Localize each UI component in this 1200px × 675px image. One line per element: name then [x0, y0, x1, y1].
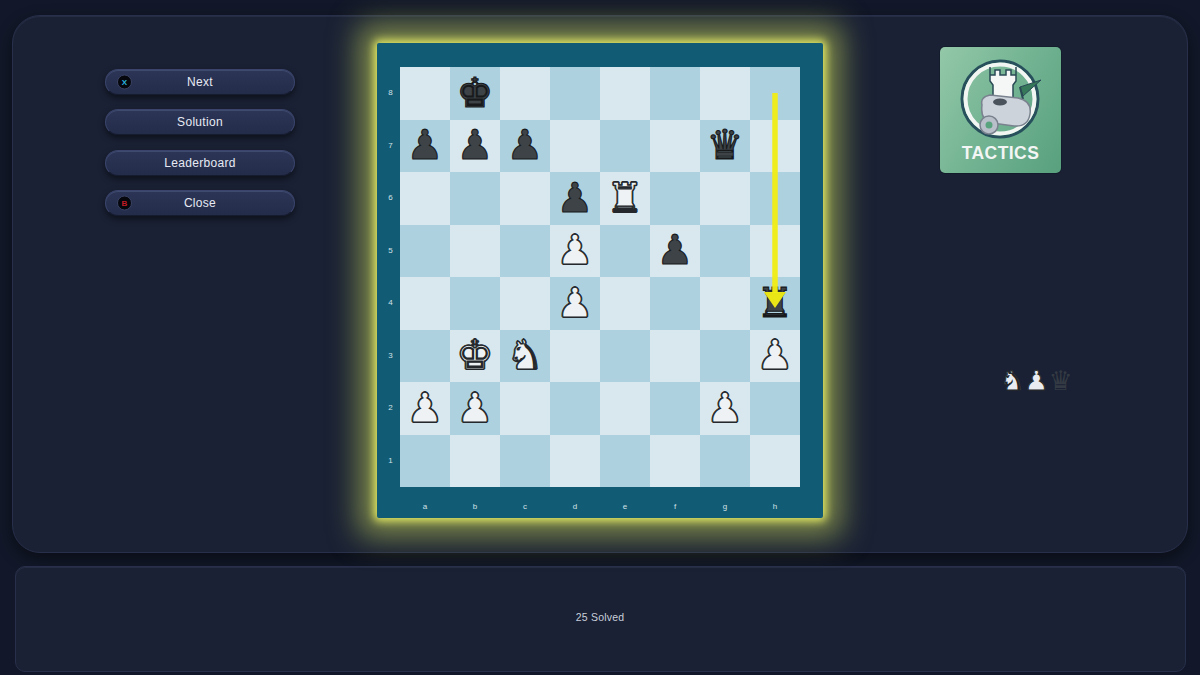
square-e1[interactable] — [600, 435, 650, 488]
solution-button[interactable]: Solution — [105, 109, 295, 135]
square-g2[interactable]: ♟ — [700, 382, 750, 435]
black-rook-h4[interactable]: ♜ — [757, 283, 794, 324]
square-f3[interactable] — [650, 330, 700, 383]
square-d2[interactable] — [550, 382, 600, 435]
rank-label-8: 8 — [384, 67, 397, 120]
white-pawn-d5[interactable]: ♟ — [557, 230, 594, 271]
square-a2[interactable]: ♟ — [400, 382, 450, 435]
square-a1[interactable] — [400, 435, 450, 488]
square-a3[interactable] — [400, 330, 450, 383]
square-g5[interactable] — [700, 225, 750, 278]
next-button-label: Next — [187, 75, 213, 89]
square-d7[interactable] — [550, 120, 600, 173]
square-e2[interactable] — [600, 382, 650, 435]
square-g7[interactable]: ♛ — [700, 120, 750, 173]
black-pawn-a7[interactable]: ♟ — [407, 125, 444, 166]
square-h8[interactable] — [750, 67, 800, 120]
rook-whistle-icon — [940, 49, 1061, 145]
square-f2[interactable] — [650, 382, 700, 435]
square-h4[interactable]: ♜ — [750, 277, 800, 330]
square-g3[interactable] — [700, 330, 750, 383]
white-pawn-d4[interactable]: ♟ — [557, 283, 594, 324]
file-label-a: a — [400, 502, 450, 511]
square-f6[interactable] — [650, 172, 700, 225]
square-h3[interactable]: ♟ — [750, 330, 800, 383]
square-c1[interactable] — [500, 435, 550, 488]
square-h1[interactable] — [750, 435, 800, 488]
square-a4[interactable] — [400, 277, 450, 330]
chess-board: ♚♟♟♟♛♟♜♟♟♟♜♚♞♟♟♟♟ 87654321 abcdefgh — [377, 43, 823, 518]
square-e4[interactable] — [600, 277, 650, 330]
square-b4[interactable] — [450, 277, 500, 330]
square-c3[interactable]: ♞ — [500, 330, 550, 383]
square-b8[interactable]: ♚ — [450, 67, 500, 120]
rank-label-3: 3 — [384, 330, 397, 383]
black-pawn-f5[interactable]: ♟ — [657, 230, 694, 271]
square-h6[interactable] — [750, 172, 800, 225]
rank-label-6: 6 — [384, 172, 397, 225]
white-knight-c3[interactable]: ♞ — [507, 335, 544, 376]
gamepad-b-button-icon: B — [117, 196, 132, 211]
square-h5[interactable] — [750, 225, 800, 278]
square-d4[interactable]: ♟ — [550, 277, 600, 330]
white-pawn-h3[interactable]: ♟ — [757, 335, 794, 376]
square-f8[interactable] — [650, 67, 700, 120]
square-c2[interactable] — [500, 382, 550, 435]
leaderboard-button-label: Leaderboard — [164, 156, 235, 170]
square-e7[interactable] — [600, 120, 650, 173]
square-b5[interactable] — [450, 225, 500, 278]
square-f4[interactable] — [650, 277, 700, 330]
black-pawn-d6[interactable]: ♟ — [557, 178, 594, 219]
captured-white-pawn: ♟ — [1024, 367, 1048, 394]
square-a5[interactable] — [400, 225, 450, 278]
square-b2[interactable]: ♟ — [450, 382, 500, 435]
black-pawn-b7[interactable]: ♟ — [457, 125, 494, 166]
square-b1[interactable] — [450, 435, 500, 488]
square-b6[interactable] — [450, 172, 500, 225]
square-c8[interactable] — [500, 67, 550, 120]
rank-label-5: 5 — [384, 225, 397, 278]
black-king-b8[interactable]: ♚ — [457, 73, 494, 114]
rank-label-4: 4 — [384, 277, 397, 330]
square-d3[interactable] — [550, 330, 600, 383]
square-e3[interactable] — [600, 330, 650, 383]
white-pawn-b2[interactable]: ♟ — [457, 388, 494, 429]
square-d8[interactable] — [550, 67, 600, 120]
file-label-g: g — [700, 502, 750, 511]
file-label-b: b — [450, 502, 500, 511]
solved-count: 25 Solved — [0, 611, 1200, 623]
square-g6[interactable] — [700, 172, 750, 225]
next-button[interactable]: X Next — [105, 69, 295, 95]
rank-label-1: 1 — [384, 435, 397, 488]
square-a6[interactable] — [400, 172, 450, 225]
leaderboard-button[interactable]: Leaderboard — [105, 150, 295, 176]
square-e8[interactable] — [600, 67, 650, 120]
square-b7[interactable]: ♟ — [450, 120, 500, 173]
square-a8[interactable] — [400, 67, 450, 120]
close-button[interactable]: B Close — [105, 190, 295, 216]
close-button-label: Close — [184, 196, 216, 210]
white-pawn-g2[interactable]: ♟ — [707, 388, 744, 429]
square-h7[interactable] — [750, 120, 800, 173]
square-c5[interactable] — [500, 225, 550, 278]
board-grid: ♚♟♟♟♛♟♜♟♟♟♜♚♞♟♟♟♟ — [400, 67, 800, 487]
rank-label-2: 2 — [384, 382, 397, 435]
square-c4[interactable] — [500, 277, 550, 330]
square-c6[interactable] — [500, 172, 550, 225]
rank-label-7: 7 — [384, 120, 397, 173]
square-e5[interactable] — [600, 225, 650, 278]
square-f1[interactable] — [650, 435, 700, 488]
square-f7[interactable] — [650, 120, 700, 173]
square-g8[interactable] — [700, 67, 750, 120]
white-rook-e6[interactable]: ♜ — [607, 178, 644, 219]
file-label-d: d — [550, 502, 600, 511]
square-f5[interactable]: ♟ — [650, 225, 700, 278]
white-pawn-a2[interactable]: ♟ — [407, 388, 444, 429]
square-d1[interactable] — [550, 435, 600, 488]
square-h2[interactable] — [750, 382, 800, 435]
file-label-f: f — [650, 502, 700, 511]
square-e6[interactable]: ♜ — [600, 172, 650, 225]
file-label-c: c — [500, 502, 550, 511]
captured-white-knight: ♞ — [1000, 367, 1024, 394]
gamepad-x-button-icon: X — [117, 75, 132, 90]
tactics-logo: TACTICS — [940, 47, 1061, 173]
file-label-e: e — [600, 502, 650, 511]
tactics-logo-label: TACTICS — [945, 142, 1056, 164]
square-g1[interactable] — [700, 435, 750, 488]
file-label-h: h — [750, 502, 800, 511]
solution-button-label: Solution — [177, 115, 223, 129]
captured-pieces-tray: ♞♟♛ — [1000, 367, 1073, 394]
black-queen-g7[interactable]: ♛ — [707, 125, 744, 166]
square-b3[interactable]: ♚ — [450, 330, 500, 383]
square-c7[interactable]: ♟ — [500, 120, 550, 173]
captured-black-queen: ♛ — [1048, 367, 1072, 394]
white-king-b3[interactable]: ♚ — [457, 335, 494, 376]
square-d5[interactable]: ♟ — [550, 225, 600, 278]
black-pawn-c7[interactable]: ♟ — [507, 125, 544, 166]
square-d6[interactable]: ♟ — [550, 172, 600, 225]
square-a7[interactable]: ♟ — [400, 120, 450, 173]
square-g4[interactable] — [700, 277, 750, 330]
